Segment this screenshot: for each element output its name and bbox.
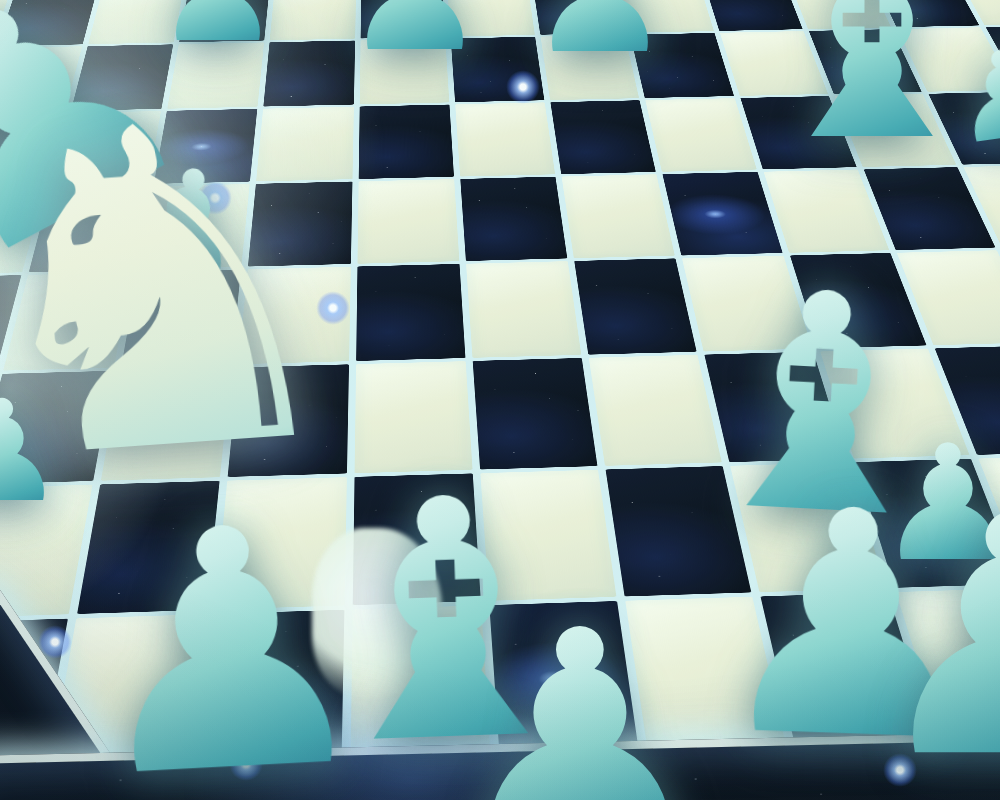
piece-pawn-e1[interactable]: ♟ — [446, 592, 715, 800]
cosmic-chess-scene: ♟♟♟♟♝♟♟♞♟♝♟♝♟♟♟♟ — [0, 0, 1000, 800]
pieces-layer: ♟♟♟♟♝♟♟♞♟♝♟♝♟♟♟♟ — [0, 0, 1000, 800]
piece-pawn-e8[interactable]: ♟ — [343, 0, 486, 74]
piece-pawn-a4[interactable]: ♟ — [0, 382, 65, 522]
piece-pawn-b2[interactable]: ♟ — [72, 479, 385, 800]
piece-pawn-f8[interactable]: ♟ — [528, 0, 671, 76]
piece-pawn-h2[interactable]: ♟ — [864, 473, 1000, 800]
